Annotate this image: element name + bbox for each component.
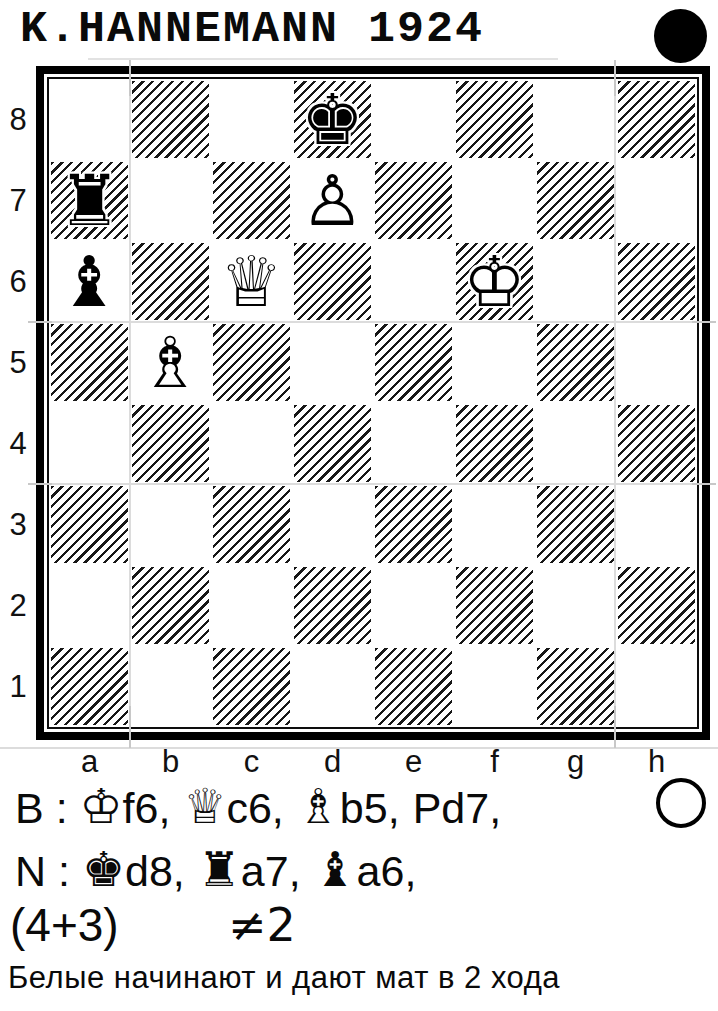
legend-piece-figurine: ♗ <box>297 782 340 830</box>
square-e2[interactable] <box>373 565 454 646</box>
square-b1[interactable] <box>130 646 211 727</box>
square-e8[interactable] <box>373 79 454 160</box>
square-d7[interactable]: ♟♙ <box>292 160 373 241</box>
legend-white-label: B : <box>15 784 68 833</box>
white-queen-c6: ♕ <box>211 241 292 322</box>
square-h3[interactable] <box>616 484 697 565</box>
legend-black-items: ♚d8,♜a7,♝a6, <box>82 845 429 896</box>
square-b4[interactable] <box>130 403 211 484</box>
legend-piece-square: a7, <box>241 847 301 896</box>
chessboard: ♚♚♜♜♟♙♝♝♛♕♚♔♝♗ <box>36 66 710 740</box>
rank-label-3: 3 <box>2 484 34 565</box>
scan-line-vertical <box>614 60 616 748</box>
legend-piece-square: Pd7, <box>413 784 501 833</box>
chess-problem-page: K.HANNEMANN 1924 ♚♚♜♜♟♙♝♝♛♕♚♔♝♗ 87654321… <box>0 0 718 1011</box>
square-f1[interactable] <box>454 646 535 727</box>
square-h1[interactable] <box>616 646 697 727</box>
legend-white-pieces: B : ♔f6,♕c6,♗b5,Pd7, <box>15 782 514 833</box>
square-e5[interactable] <box>373 322 454 403</box>
square-b2[interactable] <box>130 565 211 646</box>
square-f7[interactable] <box>454 160 535 241</box>
square-c2[interactable] <box>211 565 292 646</box>
square-g3[interactable] <box>535 484 616 565</box>
square-h7[interactable] <box>616 160 697 241</box>
square-c4[interactable] <box>211 403 292 484</box>
rank-label-5: 5 <box>2 322 34 403</box>
square-h2[interactable] <box>616 565 697 646</box>
legend-piece-square: f6, <box>123 784 171 833</box>
legend-piece-entry: ♔f6, <box>80 782 171 833</box>
white-circle-icon <box>656 778 706 828</box>
square-g5[interactable] <box>535 322 616 403</box>
scan-line-horizontal <box>28 483 714 485</box>
square-g7[interactable] <box>535 160 616 241</box>
square-h5[interactable] <box>616 322 697 403</box>
legend-piece-square: d8, <box>125 847 185 896</box>
rank-label-2: 2 <box>2 565 34 646</box>
square-b5[interactable]: ♝♗ <box>130 322 211 403</box>
rank-label-7: 7 <box>2 160 34 241</box>
legend-piece-entry: ♕c6, <box>183 782 283 833</box>
square-f6[interactable]: ♚♔ <box>454 241 535 322</box>
white-king-f6: ♔ <box>454 241 535 322</box>
legend-piece-figurine: ♚ <box>82 845 125 893</box>
square-g6[interactable] <box>535 241 616 322</box>
square-c5[interactable] <box>211 322 292 403</box>
border-tick <box>692 321 716 323</box>
square-h8[interactable] <box>616 79 697 160</box>
border-tick <box>28 483 52 485</box>
square-g4[interactable] <box>535 403 616 484</box>
page-title: K.HANNEMANN 1924 <box>20 4 484 55</box>
rank-label-1: 1 <box>2 646 34 727</box>
scan-hairline <box>88 58 558 60</box>
legend-piece-square: b5, <box>340 784 400 833</box>
square-f8[interactable] <box>454 79 535 160</box>
legend-piece-figurine: ♔ <box>80 782 123 830</box>
border-tick <box>28 321 52 323</box>
square-a7[interactable]: ♜♜ <box>49 160 130 241</box>
square-e6[interactable] <box>373 241 454 322</box>
square-d1[interactable] <box>292 646 373 727</box>
square-b6[interactable] <box>130 241 211 322</box>
scan-line-horizontal <box>0 747 718 749</box>
square-g8[interactable] <box>535 79 616 160</box>
border-tick <box>614 60 616 96</box>
square-h6[interactable] <box>616 241 697 322</box>
problem-caption: Белые начинают и дают мат в 2 хода <box>8 960 560 996</box>
square-h4[interactable] <box>616 403 697 484</box>
square-a5[interactable] <box>49 322 130 403</box>
square-e3[interactable] <box>373 484 454 565</box>
white-pawn-d7: ♙ <box>292 160 373 241</box>
legend-piece-entry: ♝a6, <box>314 845 417 896</box>
stipulation-mate-in-2: ≠2 <box>228 898 296 952</box>
square-f2[interactable] <box>454 565 535 646</box>
legend-piece-figurine: ♜ <box>198 845 241 893</box>
square-b7[interactable] <box>130 160 211 241</box>
legend-piece-square: a6, <box>357 847 417 896</box>
square-d3[interactable] <box>292 484 373 565</box>
legend-black-label: N : <box>15 847 70 896</box>
square-d6[interactable] <box>292 241 373 322</box>
black-bishop-a6: ♝ <box>49 241 130 322</box>
square-a8[interactable] <box>49 79 130 160</box>
square-e7[interactable] <box>373 160 454 241</box>
legend-piece-figurine: ♕ <box>183 782 226 830</box>
black-circle-icon <box>654 9 707 63</box>
legend-piece-entry: ♜a7, <box>198 845 301 896</box>
square-g2[interactable] <box>535 565 616 646</box>
square-a4[interactable] <box>49 403 130 484</box>
square-b8[interactable] <box>130 79 211 160</box>
square-c7[interactable] <box>211 160 292 241</box>
black-king-d8: ♚ <box>292 79 373 160</box>
border-tick <box>614 706 616 748</box>
legend-black-pieces: N : ♚d8,♜a7,♝a6, <box>15 845 429 896</box>
rank-label-4: 4 <box>2 403 34 484</box>
square-d5[interactable] <box>292 322 373 403</box>
square-f5[interactable] <box>454 322 535 403</box>
square-f4[interactable] <box>454 403 535 484</box>
black-rook-a7: ♜ <box>49 160 130 241</box>
square-f3[interactable] <box>454 484 535 565</box>
rank-label-8: 8 <box>2 79 34 160</box>
rank-label-6: 6 <box>2 241 34 322</box>
square-a2[interactable] <box>49 565 130 646</box>
legend-piece-entry: Pd7, <box>413 784 501 833</box>
square-c1[interactable] <box>211 646 292 727</box>
chessboard-grid: ♚♚♜♜♟♙♝♝♛♕♚♔♝♗ <box>49 79 697 727</box>
rank-labels: 87654321 <box>2 79 34 727</box>
legend-piece-entry: ♗b5, <box>297 782 400 833</box>
square-a1[interactable] <box>49 646 130 727</box>
square-d4[interactable] <box>292 403 373 484</box>
square-b3[interactable] <box>130 484 211 565</box>
square-d8[interactable]: ♚♚ <box>292 79 373 160</box>
square-e1[interactable] <box>373 646 454 727</box>
border-tick <box>129 60 131 96</box>
legend-piece-entry: ♚d8, <box>82 845 185 896</box>
square-a3[interactable] <box>49 484 130 565</box>
legend-piece-figurine: ♝ <box>314 845 357 893</box>
square-c6[interactable]: ♛♕ <box>211 241 292 322</box>
square-c3[interactable] <box>211 484 292 565</box>
square-c8[interactable] <box>211 79 292 160</box>
square-e4[interactable] <box>373 403 454 484</box>
square-d2[interactable] <box>292 565 373 646</box>
legend-white-items: ♔f6,♕c6,♗b5,Pd7, <box>80 782 515 833</box>
border-tick <box>129 706 131 748</box>
material-count: (4+3) <box>10 898 119 952</box>
square-g1[interactable] <box>535 646 616 727</box>
square-a6[interactable]: ♝♝ <box>49 241 130 322</box>
white-bishop-b5: ♗ <box>130 322 211 403</box>
legend-piece-square: c6, <box>226 784 283 833</box>
chessboard-inner-frame: ♚♚♜♜♟♙♝♝♛♕♚♔♝♗ <box>47 77 699 729</box>
border-tick <box>692 483 716 485</box>
